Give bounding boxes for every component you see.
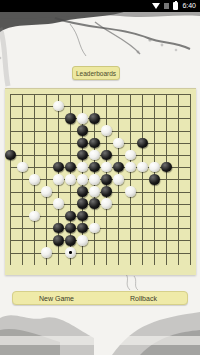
black-stone[interactable] (65, 235, 76, 246)
white-stone[interactable] (17, 162, 28, 173)
black-stone[interactable] (77, 138, 88, 149)
black-stone[interactable] (53, 162, 64, 173)
white-stone[interactable] (149, 162, 160, 173)
white-stone[interactable] (89, 150, 100, 161)
white-stone[interactable] (65, 247, 76, 258)
black-stone[interactable] (101, 150, 112, 161)
white-stone[interactable] (125, 186, 136, 197)
white-stone[interactable] (77, 174, 88, 185)
white-stone[interactable] (77, 162, 88, 173)
action-bar: New Game Rollback (12, 291, 188, 305)
black-stone[interactable] (65, 211, 76, 222)
white-stone[interactable] (53, 198, 64, 209)
white-stone[interactable] (101, 198, 112, 209)
black-stone[interactable] (137, 138, 148, 149)
white-stone[interactable] (77, 113, 88, 124)
white-stone[interactable] (41, 186, 52, 197)
white-stone[interactable] (113, 138, 124, 149)
rollback-button[interactable]: Rollback (100, 292, 187, 304)
white-stone[interactable] (101, 125, 112, 136)
app-screen: 6:40 Leaderboards New Game Rollback (0, 0, 200, 355)
leaderboards-button[interactable]: Leaderboards (72, 66, 120, 80)
wifi-icon (152, 3, 160, 9)
new-game-button[interactable]: New Game (13, 292, 100, 304)
white-stone[interactable] (65, 174, 76, 185)
white-stone[interactable] (125, 150, 136, 161)
white-stone[interactable] (53, 174, 64, 185)
white-stone[interactable] (89, 174, 100, 185)
white-stone[interactable] (53, 101, 64, 112)
black-stone[interactable] (113, 162, 124, 173)
game-board[interactable] (5, 88, 196, 275)
black-stone[interactable] (77, 211, 88, 222)
white-stone[interactable] (77, 235, 88, 246)
clock-text: 6:40 (182, 0, 196, 12)
black-stone[interactable] (149, 174, 160, 185)
white-stone[interactable] (101, 162, 112, 173)
black-stone[interactable] (77, 150, 88, 161)
black-stone[interactable] (5, 150, 16, 161)
black-stone[interactable] (101, 174, 112, 185)
battery-icon (173, 2, 178, 10)
black-stone[interactable] (89, 138, 100, 149)
ink-sketch (0, 272, 200, 292)
white-stone[interactable] (113, 174, 124, 185)
stones-layer[interactable] (5, 88, 197, 271)
white-stone[interactable] (125, 162, 136, 173)
signal-icon (164, 3, 169, 9)
black-stone[interactable] (53, 235, 64, 246)
white-stone[interactable] (89, 223, 100, 234)
black-stone[interactable] (77, 186, 88, 197)
status-bar: 6:40 (0, 0, 200, 12)
white-stone[interactable] (29, 211, 40, 222)
black-stone[interactable] (89, 113, 100, 124)
black-stone[interactable] (77, 125, 88, 136)
black-stone[interactable] (89, 198, 100, 209)
white-stone[interactable] (137, 162, 148, 173)
black-stone[interactable] (65, 223, 76, 234)
black-stone[interactable] (65, 162, 76, 173)
black-stone[interactable] (53, 223, 64, 234)
black-stone[interactable] (65, 113, 76, 124)
black-stone[interactable] (77, 223, 88, 234)
white-stone[interactable] (29, 174, 40, 185)
black-stone[interactable] (101, 186, 112, 197)
black-stone[interactable] (161, 162, 172, 173)
white-stone[interactable] (89, 186, 100, 197)
black-stone[interactable] (89, 162, 100, 173)
white-stone[interactable] (41, 247, 52, 258)
black-stone[interactable] (77, 198, 88, 209)
